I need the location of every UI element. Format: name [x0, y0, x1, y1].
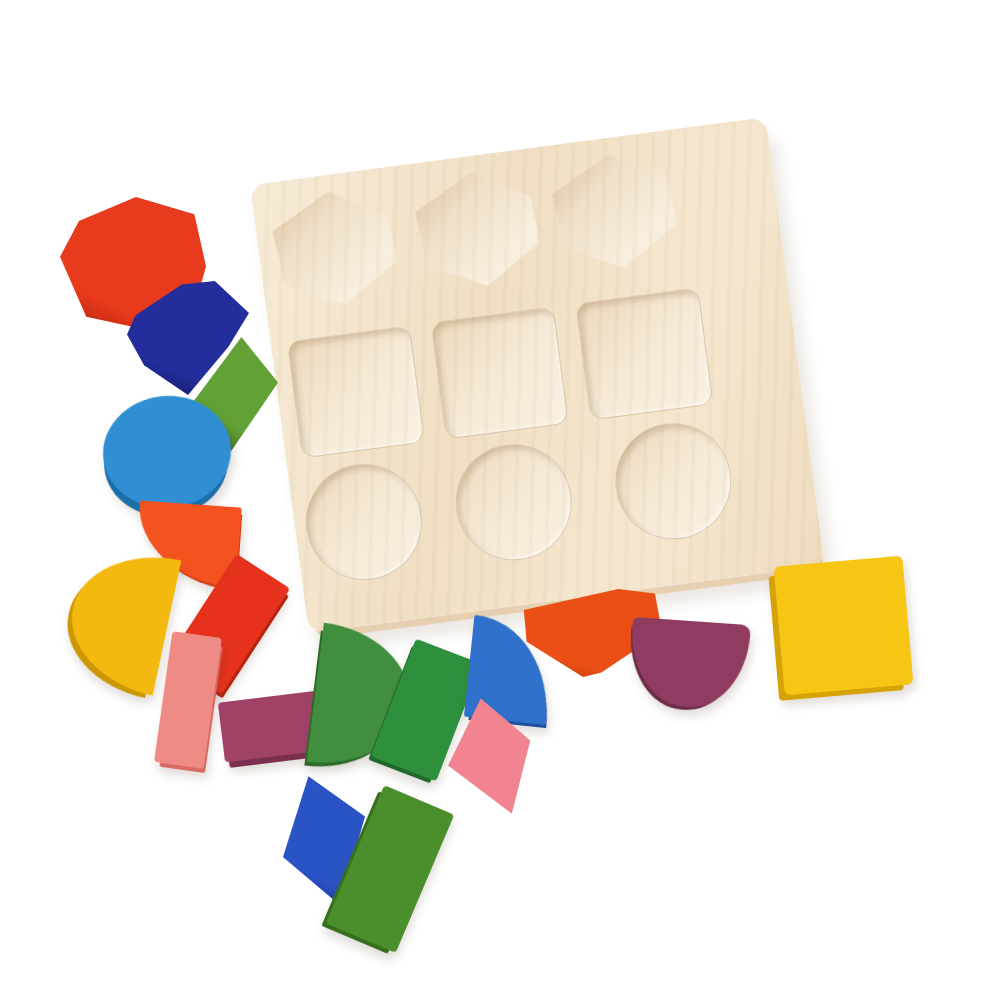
slot-circle-3[interactable]: [608, 416, 738, 546]
slot-square-3[interactable]: [575, 287, 713, 420]
slot-square-2[interactable]: [431, 306, 569, 439]
product-photo-scene: [0, 0, 1001, 1001]
slot-hexagon-2[interactable]: [411, 165, 545, 294]
puzzle-board: [250, 117, 825, 633]
slot-square-1[interactable]: [287, 325, 425, 458]
piece-yellow-semicircle[interactable]: [59, 541, 182, 696]
slot-circle-2[interactable]: [449, 437, 579, 567]
piece-salmon-rectangle[interactable]: [154, 631, 222, 769]
piece-yellow-square[interactable]: [774, 556, 914, 696]
piece-plum-half-oval[interactable]: [627, 617, 751, 711]
slot-circle-1[interactable]: [299, 457, 429, 587]
slot-hexagon-3[interactable]: [548, 147, 682, 276]
slot-hexagon-1[interactable]: [268, 184, 402, 313]
